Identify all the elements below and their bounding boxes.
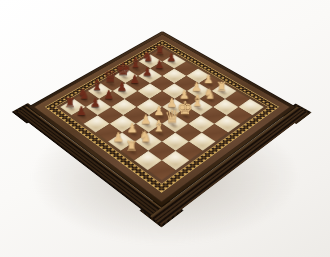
black-pawn-a7[interactable]: ♟ xyxy=(70,105,92,117)
photo-scene: ♜♟♟♜♞♟♟♞♝♟♟♝♚♟♟♚♛♟♟♛♝♟♟♝♞♟♟♞♜♟♟♜ xyxy=(0,0,330,257)
white-rook-a3[interactable]: ♜ xyxy=(120,139,144,153)
